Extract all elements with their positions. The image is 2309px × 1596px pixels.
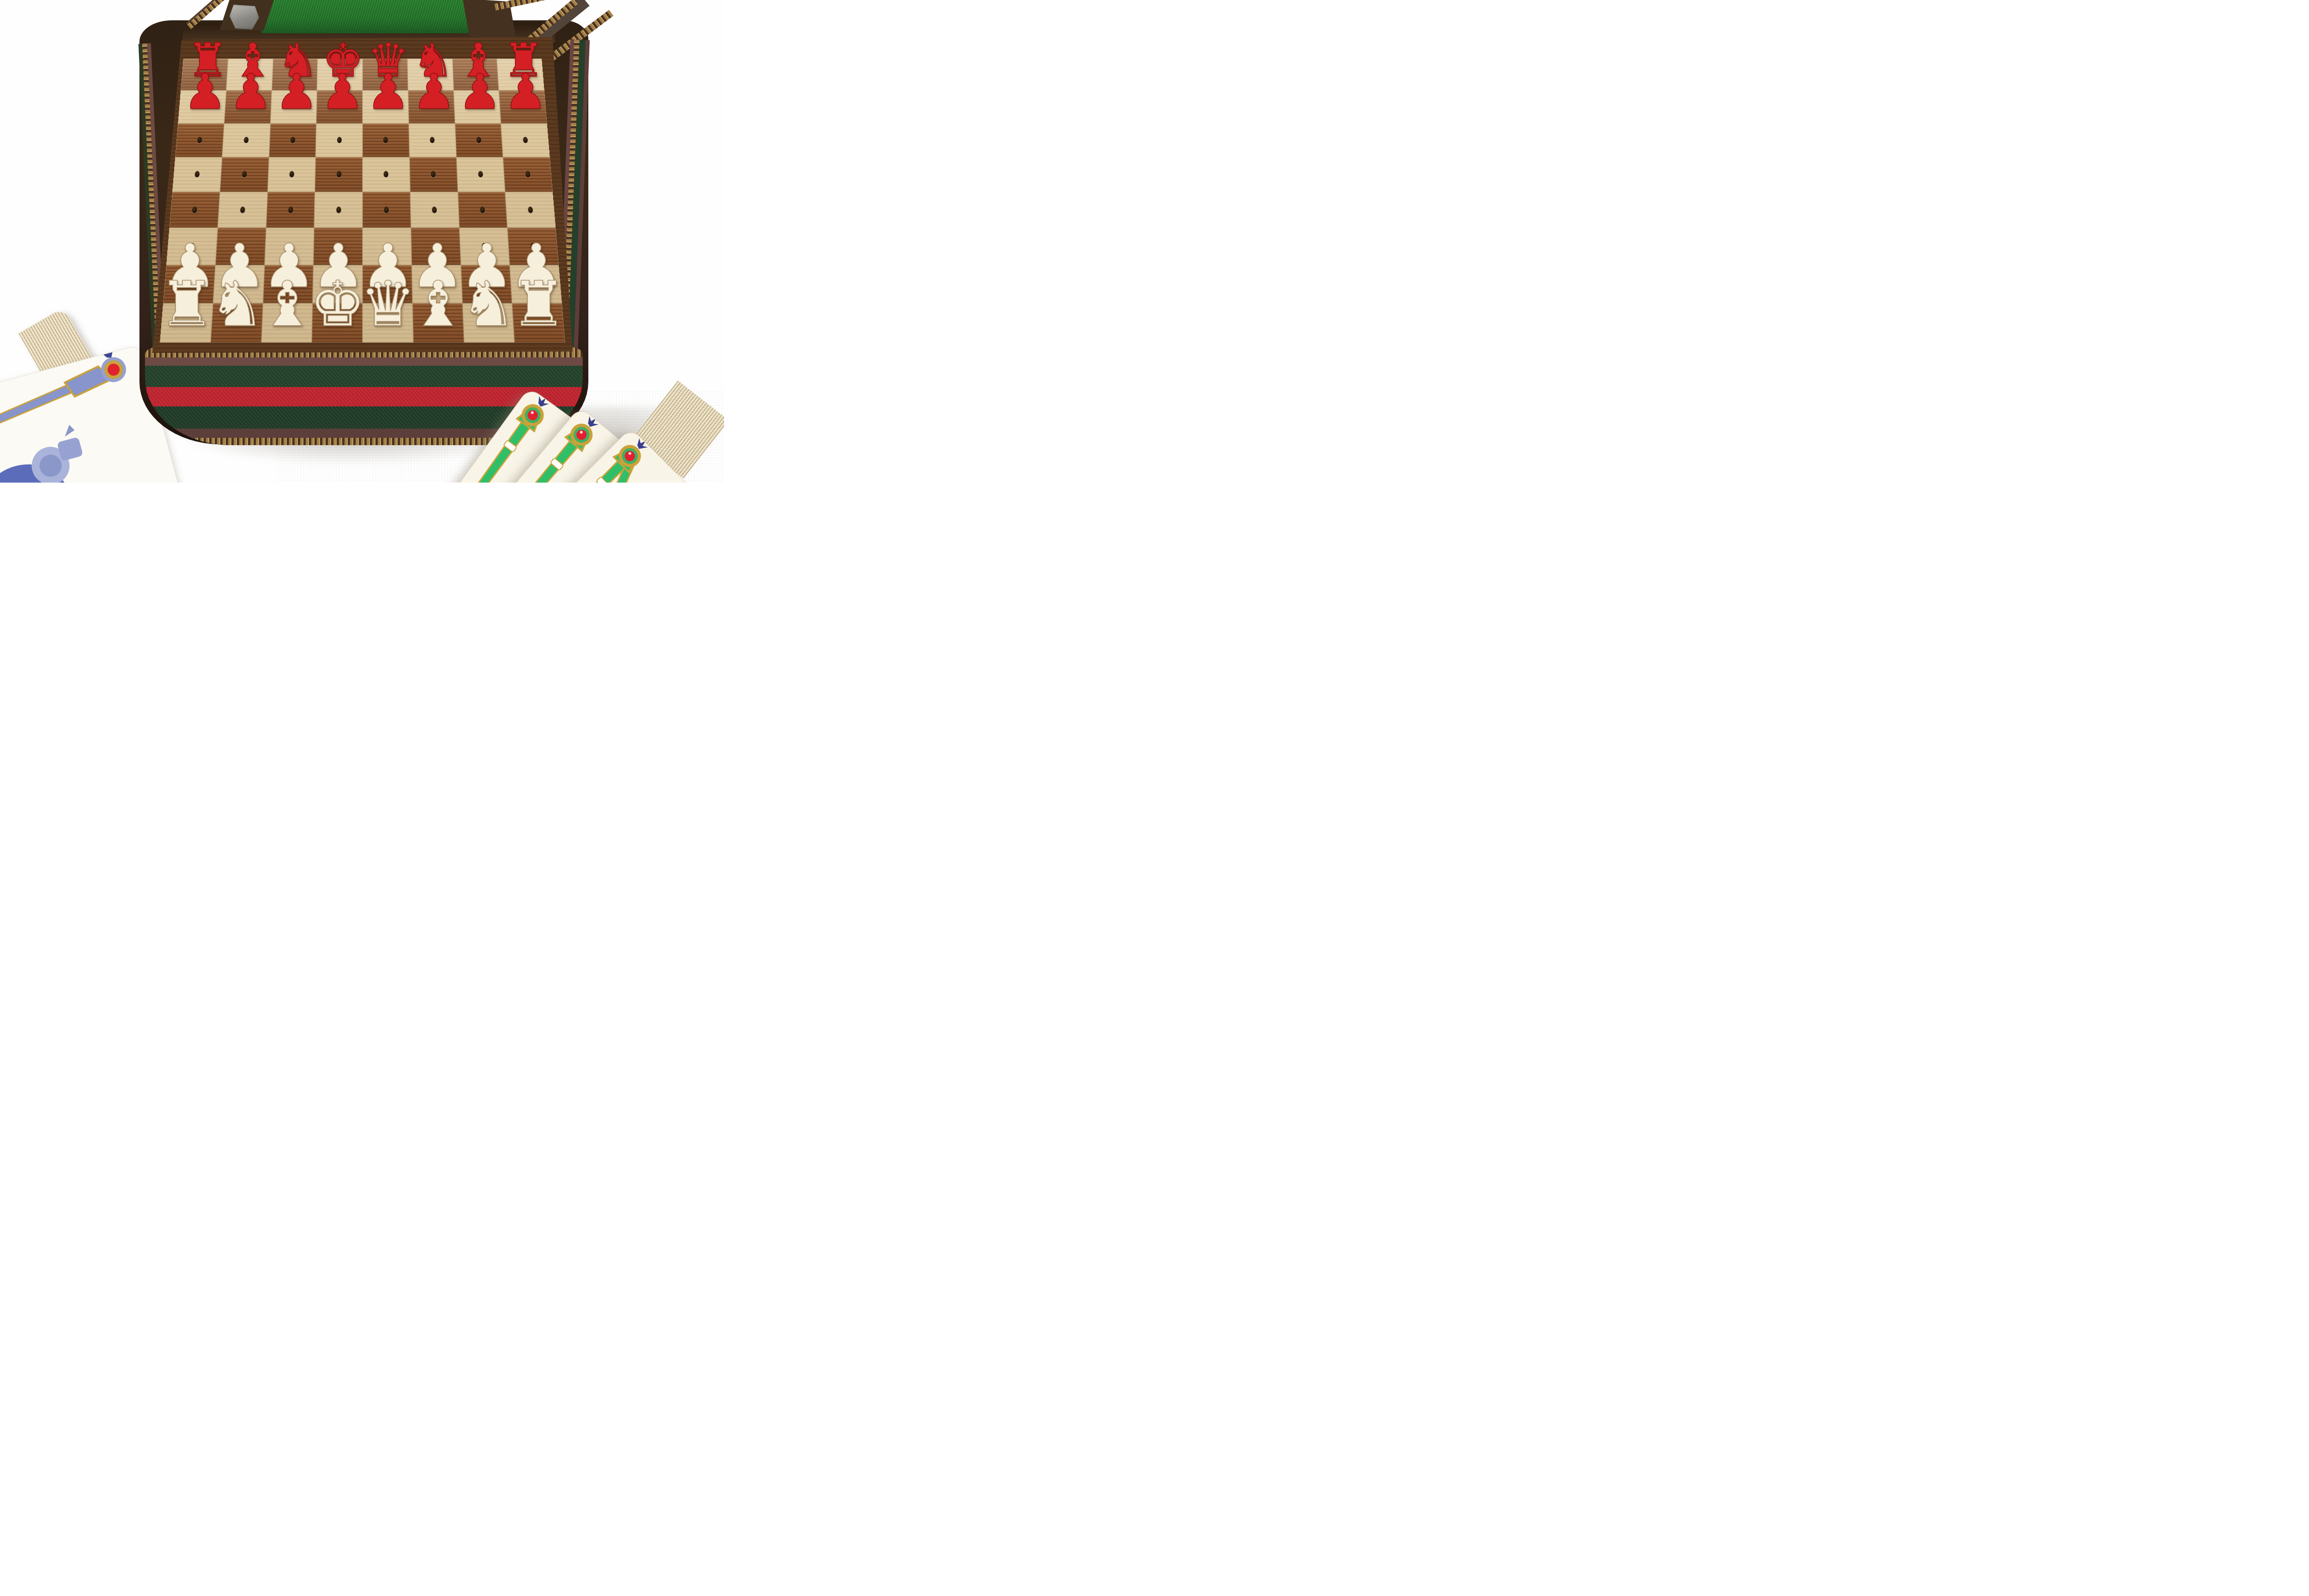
square-d8 [317, 59, 363, 91]
square-f4 [410, 192, 459, 228]
square-b2 [213, 265, 264, 303]
peg-hole [433, 243, 438, 250]
square-d1 [312, 303, 363, 343]
square-c6 [269, 123, 316, 157]
square-c2 [263, 265, 314, 303]
square-f1 [412, 303, 464, 343]
square-b1 [211, 303, 263, 343]
peg-hole [525, 171, 530, 178]
peg-hole [337, 171, 341, 178]
square-f8 [407, 59, 453, 91]
square-a3 [166, 228, 218, 265]
square-e2 [363, 265, 412, 303]
square-c1 [261, 303, 313, 343]
square-g2 [461, 265, 512, 303]
square-a7 [178, 91, 226, 123]
square-d6 [316, 123, 363, 157]
peg-hole [288, 206, 293, 213]
square-a8 [181, 59, 228, 91]
square-g4 [458, 192, 508, 228]
square-b5 [220, 157, 269, 192]
square-c8 [272, 59, 318, 91]
square-c4 [266, 192, 315, 228]
square-e7 [363, 91, 409, 123]
peg-hole [189, 243, 195, 250]
peg-hole [432, 206, 437, 213]
peg-hole [336, 206, 341, 213]
zipper-teeth-top-edge [494, 0, 550, 11]
peg-hole [431, 171, 436, 178]
peg-hole [287, 243, 292, 250]
square-f3 [411, 228, 461, 265]
square-f5 [409, 157, 458, 192]
square-g1 [462, 303, 514, 343]
square-h3 [508, 228, 559, 265]
square-f6 [409, 123, 456, 157]
peg-hole [242, 171, 247, 178]
peg-hole [530, 243, 536, 250]
peg-hole [336, 243, 341, 250]
peg-hole [384, 243, 389, 250]
travel-chess-set-photo: G ♜♝♞♚♛♞♝♜♟♟♟♟♟♟♟♟♟♟♟♟♟♟♟♟♜♞♝♚♛♝♞♜ [0, 0, 724, 483]
peg-hole [383, 137, 388, 143]
peg-hole [476, 137, 481, 143]
square-d7 [316, 91, 363, 123]
square-h1 [512, 303, 565, 343]
square-e5 [363, 157, 410, 192]
square-g3 [459, 228, 510, 265]
square-g5 [456, 157, 505, 192]
square-c7 [270, 91, 317, 123]
zipper-tape-front-top [145, 357, 583, 366]
square-h6 [501, 123, 550, 157]
square-h4 [505, 192, 556, 228]
square-c5 [267, 157, 316, 192]
chess-board [152, 37, 573, 353]
peg-hole [289, 171, 294, 178]
peg-hole [290, 137, 296, 143]
peg-hole [478, 171, 483, 178]
peg-hole [384, 206, 389, 213]
square-a5 [172, 157, 222, 192]
square-a1 [160, 303, 213, 343]
square-e8 [363, 59, 408, 91]
peg-hole [480, 206, 485, 213]
square-b6 [222, 123, 270, 157]
square-a2 [163, 265, 215, 303]
square-d2 [313, 265, 363, 303]
square-a4 [169, 192, 220, 228]
square-b4 [218, 192, 267, 228]
square-e3 [363, 228, 411, 265]
peg-hole [482, 243, 487, 250]
peg-hole [238, 243, 243, 250]
square-g8 [452, 59, 499, 91]
peg-hole [244, 137, 249, 143]
peg-hole [430, 137, 435, 143]
lid-felt-lining [261, 0, 470, 33]
square-d3 [314, 228, 363, 265]
square-b7 [224, 91, 272, 123]
green-stripe-upper [145, 366, 583, 387]
square-f2 [411, 265, 462, 303]
square-h5 [503, 157, 553, 192]
peg-hole [523, 137, 528, 143]
square-h7 [499, 91, 547, 123]
square-h2 [510, 265, 562, 303]
square-e6 [363, 123, 409, 157]
square-g6 [455, 123, 503, 157]
square-e4 [363, 192, 411, 228]
peg-hole [240, 206, 245, 213]
square-g7 [453, 91, 501, 123]
square-c3 [264, 228, 314, 265]
square-d4 [314, 192, 363, 228]
peg-hole [197, 137, 202, 143]
board-grid [160, 59, 565, 343]
square-e1 [363, 303, 413, 343]
peg-hole [384, 171, 388, 178]
court-figure [0, 423, 109, 483]
square-b3 [215, 228, 266, 265]
peg-hole [192, 206, 197, 213]
square-b8 [226, 59, 273, 91]
peg-hole [195, 171, 200, 178]
square-h8 [497, 59, 544, 91]
peg-hole [528, 206, 533, 213]
peg-hole [337, 137, 342, 143]
square-d5 [315, 157, 363, 192]
square-f7 [408, 91, 454, 123]
square-a6 [175, 123, 224, 157]
